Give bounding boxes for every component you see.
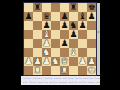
caption-bar: ·–··–– ––·––– ·––·–– –––·– ––··––– ·––·–… bbox=[21, 76, 100, 85]
square-f5: ♟ bbox=[69, 30, 78, 39]
square-e2: ♛ bbox=[60, 57, 69, 66]
square-d1 bbox=[51, 66, 60, 75]
page-side-strip: » bbox=[97, 3, 100, 75]
square-g6: ♟ bbox=[78, 21, 87, 30]
square-a4 bbox=[24, 39, 33, 48]
square-b5 bbox=[33, 30, 42, 39]
piece-black-pawn-a7: ♟ bbox=[24, 12, 32, 21]
square-f6: ♞ bbox=[69, 21, 78, 30]
square-f3: ♝ bbox=[69, 48, 78, 57]
piece-black-bishop-g7: ♝ bbox=[78, 12, 86, 21]
square-e6: ♟ bbox=[60, 21, 69, 30]
piece-black-pawn-c6: ♟ bbox=[42, 21, 50, 30]
piece-black-rook-b8: ♜ bbox=[33, 3, 41, 12]
piece-white-knight-c3: ♞ bbox=[42, 48, 50, 57]
square-h4 bbox=[87, 39, 96, 48]
square-a5 bbox=[24, 30, 33, 39]
piece-white-pawn-a2: ♟ bbox=[24, 57, 32, 66]
piece-black-queen-c7: ♛ bbox=[42, 12, 50, 21]
square-g7: ♝ bbox=[78, 12, 87, 21]
square-c3: ♞ bbox=[42, 48, 51, 57]
square-f4 bbox=[69, 39, 78, 48]
square-c6: ♟ bbox=[42, 21, 51, 30]
piece-black-pawn-e6: ♟ bbox=[60, 21, 68, 30]
square-a3 bbox=[24, 48, 33, 57]
square-g4 bbox=[78, 39, 87, 48]
square-b1: ♜ bbox=[33, 66, 42, 75]
square-g2: ♟ bbox=[78, 57, 87, 66]
square-g1 bbox=[78, 66, 87, 75]
square-f1 bbox=[69, 66, 78, 75]
square-c4: ♟ bbox=[42, 39, 51, 48]
square-d6 bbox=[51, 21, 60, 30]
piece-white-pawn-b2: ♟ bbox=[33, 57, 41, 66]
square-c8 bbox=[42, 3, 51, 12]
piece-white-bishop-f3: ♝ bbox=[69, 48, 77, 57]
square-b2: ♟ bbox=[33, 57, 42, 66]
piece-white-queen-e2: ♛ bbox=[60, 57, 68, 66]
piece-white-pawn-c4: ♟ bbox=[42, 39, 50, 48]
square-d3 bbox=[51, 48, 60, 57]
chess-board-grid: ♜♜♚♟♛♟♝♟♟♟♞♟♝♟♟♟♞♝♟♟♟♞♛♟♟♜♜♚ bbox=[24, 3, 96, 75]
square-e3 bbox=[60, 48, 69, 57]
square-b4 bbox=[33, 39, 42, 48]
square-d4 bbox=[51, 39, 60, 48]
piece-black-pawn-g6: ♟ bbox=[78, 21, 86, 30]
square-g5 bbox=[78, 30, 87, 39]
square-a1 bbox=[24, 66, 33, 75]
square-e4: ♟ bbox=[60, 39, 69, 48]
square-h6 bbox=[87, 21, 96, 30]
square-a2: ♟ bbox=[24, 57, 33, 66]
square-b8: ♜ bbox=[33, 3, 42, 12]
piece-black-rook-f8: ♜ bbox=[69, 3, 77, 12]
square-c7: ♛ bbox=[42, 12, 51, 21]
square-d8 bbox=[51, 3, 60, 12]
square-a8 bbox=[24, 3, 33, 12]
piece-black-pawn-e7: ♟ bbox=[60, 12, 68, 21]
piece-white-pawn-g2: ♟ bbox=[78, 57, 86, 66]
caption-text-line-illegible: –·– ··––– ·–––·–– ––·–– ·––––· ––·–·– ––… bbox=[23, 81, 98, 85]
square-b7 bbox=[33, 12, 42, 21]
square-a6 bbox=[24, 21, 33, 30]
square-a7: ♟ bbox=[24, 12, 33, 21]
piece-black-pawn-e4: ♟ bbox=[60, 39, 68, 48]
square-h5 bbox=[87, 30, 96, 39]
square-d5 bbox=[51, 30, 60, 39]
square-e5 bbox=[60, 30, 69, 39]
square-b6 bbox=[33, 21, 42, 30]
piece-white-bishop-c5: ♝ bbox=[42, 30, 50, 39]
square-b3 bbox=[33, 48, 42, 57]
square-f8: ♜ bbox=[69, 3, 78, 12]
square-h7: ♟ bbox=[87, 12, 96, 21]
square-g3 bbox=[78, 48, 87, 57]
square-c1 bbox=[42, 66, 51, 75]
fast-forward-icon[interactable]: » bbox=[97, 30, 99, 34]
piece-white-knight-d2: ♞ bbox=[51, 57, 59, 66]
piece-white-king-h1: ♚ bbox=[87, 66, 95, 75]
page-background: { "game": "chess", "position": { "fen": … bbox=[0, 0, 120, 90]
square-d2: ♞ bbox=[51, 57, 60, 66]
piece-white-rook-b1: ♜ bbox=[33, 66, 41, 75]
square-e7: ♟ bbox=[60, 12, 69, 21]
piece-black-pawn-f5: ♟ bbox=[69, 30, 77, 39]
square-c2: ♟ bbox=[42, 57, 51, 66]
square-h8: ♚ bbox=[87, 3, 96, 12]
piece-white-pawn-h2: ♟ bbox=[87, 57, 95, 66]
piece-black-pawn-h7: ♟ bbox=[87, 12, 95, 21]
piece-black-knight-f6: ♞ bbox=[69, 21, 77, 30]
square-h3 bbox=[87, 48, 96, 57]
square-f7 bbox=[69, 12, 78, 21]
piece-white-pawn-c2: ♟ bbox=[42, 57, 50, 66]
square-h1: ♚ bbox=[87, 66, 96, 75]
square-g8 bbox=[78, 3, 87, 12]
piece-black-king-h8: ♚ bbox=[87, 3, 95, 12]
square-f2 bbox=[69, 57, 78, 66]
square-c5: ♝ bbox=[42, 30, 51, 39]
square-h2: ♟ bbox=[87, 57, 96, 66]
square-e8 bbox=[60, 3, 69, 12]
square-d7 bbox=[51, 12, 60, 21]
piece-white-rook-e1: ♜ bbox=[60, 66, 68, 75]
square-e1: ♜ bbox=[60, 66, 69, 75]
chess-board: ♜♜♚♟♛♟♝♟♟♟♞♟♝♟♟♟♞♝♟♟♟♞♛♟♟♜♜♚ bbox=[23, 2, 97, 76]
